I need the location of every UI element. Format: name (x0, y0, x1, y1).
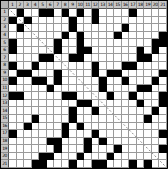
grid-cell-r10c3[interactable] (24, 77, 32, 85)
black-cell-r11c13[interactable] (99, 85, 107, 93)
grid-cell-r2c11[interactable] (84, 17, 92, 25)
black-cell-r11c18[interactable] (137, 85, 145, 93)
grid-cell-r19c1[interactable] (9, 145, 17, 153)
grid-cell-r16c9[interactable] (69, 123, 77, 131)
grid-cell-r3c13[interactable] (99, 24, 107, 32)
grid-cell-r10c18[interactable] (137, 77, 145, 85)
grid-cell-r7c2[interactable] (17, 54, 25, 62)
grid-cell-r19c4[interactable] (32, 145, 40, 153)
grid-cell-r15c12[interactable] (92, 115, 100, 123)
black-cell-r21c19[interactable] (144, 160, 152, 168)
grid-cell-r1c14[interactable] (107, 9, 115, 17)
grid-cell-r10c14[interactable] (107, 77, 115, 85)
black-cell-r15c19[interactable] (144, 115, 152, 123)
grid-cell-r14c5[interactable] (39, 107, 47, 115)
grid-cell-r16c2[interactable] (17, 123, 25, 131)
grid-cell-r13c5[interactable] (39, 100, 47, 108)
grid-cell-r9c20[interactable] (152, 70, 160, 78)
grid-cell-r13c12[interactable] (92, 100, 100, 108)
grid-cell-r15c6[interactable] (47, 115, 55, 123)
grid-cell-r2c20[interactable] (152, 17, 160, 25)
grid-cell-r12c3[interactable] (24, 92, 32, 100)
grid-cell-r8c19[interactable] (144, 62, 152, 70)
grid-cell-r3c21[interactable] (159, 24, 167, 32)
black-cell-r21c5[interactable] (39, 160, 47, 168)
black-cell-r4c21[interactable] (159, 32, 167, 40)
grid-cell-r2c10[interactable] (77, 17, 85, 25)
grid-cell-r13c2[interactable] (17, 100, 25, 108)
grid-cell-r8c9[interactable] (69, 62, 77, 70)
grid-cell-r17c14[interactable] (107, 130, 115, 138)
grid-cell-r8c8[interactable] (62, 62, 70, 70)
grid-cell-r20c18[interactable] (137, 153, 145, 161)
grid-cell-r18c19[interactable] (144, 138, 152, 146)
black-cell-r9c12[interactable] (92, 70, 100, 78)
black-cell-r9c2[interactable] (17, 70, 25, 78)
grid-cell-r5c12[interactable] (92, 39, 100, 47)
grid-cell-r15c7[interactable] (54, 115, 62, 123)
grid-cell-r11c8[interactable] (62, 85, 70, 93)
grid-cell-r16c17[interactable] (129, 123, 137, 131)
grid-cell-r18c21[interactable] (159, 138, 167, 146)
grid-cell-r20c3[interactable] (24, 153, 32, 161)
grid-cell-r9c4[interactable] (32, 70, 40, 78)
grid-cell-r4c9[interactable] (69, 32, 77, 40)
grid-cell-r19c14[interactable] (107, 145, 115, 153)
black-cell-r13c18[interactable] (137, 100, 145, 108)
grid-cell-r20c13[interactable] (99, 153, 107, 161)
grid-cell-r17c5[interactable] (39, 130, 47, 138)
grid-cell-r3c4[interactable] (32, 24, 40, 32)
grid-cell-r21c20[interactable] (152, 160, 160, 168)
grid-cell-r16c14[interactable] (107, 123, 115, 131)
black-cell-r6c20[interactable] (152, 47, 160, 55)
grid-cell-r12c5[interactable] (39, 92, 47, 100)
grid-cell-r14c1[interactable] (9, 107, 17, 115)
black-cell-r21c4[interactable] (32, 160, 40, 168)
black-cell-r9c21[interactable] (159, 70, 167, 78)
grid-cell-r17c9[interactable] (69, 130, 77, 138)
grid-cell-r19c6[interactable] (47, 145, 55, 153)
grid-cell-r15c10[interactable] (77, 115, 85, 123)
grid-cell-r12c12[interactable] (92, 92, 100, 100)
grid-cell-r6c3[interactable] (24, 47, 32, 55)
black-cell-r12c14[interactable] (107, 92, 115, 100)
black-cell-r13c21[interactable] (159, 100, 167, 108)
grid-cell-r11c2[interactable] (17, 85, 25, 93)
grid-cell-r9c19[interactable] (144, 70, 152, 78)
grid-cell-r6c16[interactable] (122, 47, 130, 55)
grid-cell-r8c3[interactable] (24, 62, 32, 70)
black-cell-r7c9[interactable] (69, 54, 77, 62)
grid-cell-r11c9[interactable] (69, 85, 77, 93)
grid-cell-r20c11[interactable] (84, 153, 92, 161)
grid-cell-r9c8[interactable] (62, 70, 70, 78)
grid-cell-r2c13[interactable] (99, 17, 107, 25)
grid-cell-r21c6[interactable] (47, 160, 55, 168)
grid-cell-r13c20[interactable] (152, 100, 160, 108)
grid-cell-r7c20[interactable] (152, 54, 160, 62)
grid-cell-r10c6[interactable] (47, 77, 55, 85)
grid-cell-r20c8[interactable] (62, 153, 70, 161)
grid-cell-r9c6[interactable] (47, 70, 55, 78)
black-cell-r10c20[interactable] (152, 77, 160, 85)
grid-cell-r11c1[interactable] (9, 85, 17, 93)
grid-cell-r15c14[interactable] (107, 115, 115, 123)
grid-cell-r9c13[interactable] (99, 70, 107, 78)
black-cell-r21c13[interactable] (99, 160, 107, 168)
grid-cell-r11c16[interactable] (122, 85, 130, 93)
grid-cell-r15c13[interactable] (99, 115, 107, 123)
grid-cell-r12c10[interactable] (77, 92, 85, 100)
grid-cell-r20c17[interactable] (129, 153, 137, 161)
grid-cell-r15c11[interactable] (84, 115, 92, 123)
grid-cell-r6c2[interactable] (17, 47, 25, 55)
grid-cell-r19c12[interactable] (92, 145, 100, 153)
black-cell-r19c15[interactable] (114, 145, 122, 153)
grid-cell-r21c7[interactable] (54, 160, 62, 168)
grid-cell-r15c18[interactable] (137, 115, 145, 123)
grid-cell-r1c19[interactable] (144, 9, 152, 17)
black-cell-r18c7[interactable] (54, 138, 62, 146)
grid-cell-r16c18[interactable] (137, 123, 145, 131)
grid-cell-r15c15[interactable] (114, 115, 122, 123)
grid-cell-r8c11[interactable] (84, 62, 92, 70)
grid-cell-r11c3[interactable] (24, 85, 32, 93)
grid-cell-r3c6[interactable] (47, 24, 55, 32)
grid-cell-r17c4[interactable] (32, 130, 40, 138)
grid-cell-r5c8[interactable] (62, 39, 70, 47)
grid-cell-r8c15[interactable] (114, 62, 122, 70)
black-cell-r10c5[interactable] (39, 77, 47, 85)
grid-cell-r9c18[interactable] (137, 70, 145, 78)
black-cell-r2c12[interactable] (92, 17, 100, 25)
grid-cell-r13c9[interactable] (69, 100, 77, 108)
black-cell-r2c3[interactable] (24, 17, 32, 25)
grid-cell-r7c8[interactable] (62, 54, 70, 62)
grid-cell-r20c20[interactable] (152, 153, 160, 161)
grid-cell-r6c14[interactable] (107, 47, 115, 55)
black-cell-r10c13[interactable] (99, 77, 107, 85)
grid-cell-r12c13[interactable] (99, 92, 107, 100)
grid-cell-r12c16[interactable] (122, 92, 130, 100)
grid-cell-r8c10[interactable] (77, 62, 85, 70)
grid-cell-r5c16[interactable] (122, 39, 130, 47)
black-cell-r14c20[interactable] (152, 107, 160, 115)
grid-cell-r4c7[interactable] (54, 32, 62, 40)
grid-cell-r5c6[interactable] (47, 39, 55, 47)
grid-cell-r6c9[interactable] (69, 47, 77, 55)
grid-cell-r13c6[interactable] (47, 100, 55, 108)
grid-cell-r19c9[interactable] (69, 145, 77, 153)
black-cell-r3c9[interactable] (69, 24, 77, 32)
grid-cell-r21c2[interactable] (17, 160, 25, 168)
grid-cell-r2c16[interactable] (122, 17, 130, 25)
grid-cell-r14c11[interactable] (84, 107, 92, 115)
black-cell-r3c2[interactable] (17, 24, 25, 32)
grid-cell-r4c1[interactable] (9, 32, 17, 40)
black-cell-r21c9[interactable] (69, 160, 77, 168)
grid-cell-r18c14[interactable] (107, 138, 115, 146)
grid-cell-r4c2[interactable] (17, 32, 25, 40)
grid-cell-r12c15[interactable] (114, 92, 122, 100)
grid-cell-r13c13[interactable] (99, 100, 107, 108)
grid-cell-r5c3[interactable] (24, 39, 32, 47)
grid-cell-r7c11[interactable] (84, 54, 92, 62)
grid-cell-r14c17[interactable] (129, 107, 137, 115)
black-cell-r4c8[interactable] (62, 32, 70, 40)
grid-cell-r6c19[interactable] (144, 47, 152, 55)
grid-cell-r9c1[interactable] (9, 70, 17, 78)
black-cell-r8c1[interactable] (9, 62, 17, 70)
grid-cell-r1c9[interactable] (69, 9, 77, 17)
grid-cell-r2c2[interactable] (17, 17, 25, 25)
black-cell-r16c8[interactable] (62, 123, 70, 131)
grid-cell-r13c1[interactable] (9, 100, 17, 108)
grid-cell-r3c19[interactable] (144, 24, 152, 32)
grid-cell-r21c8[interactable] (62, 160, 70, 168)
black-cell-r1c10[interactable] (77, 9, 85, 17)
grid-cell-r4c19[interactable] (144, 32, 152, 40)
grid-cell-r18c20[interactable] (152, 138, 160, 146)
black-cell-r18c11[interactable] (84, 138, 92, 146)
grid-cell-r11c10[interactable] (77, 85, 85, 93)
grid-cell-r16c11[interactable] (84, 123, 92, 131)
grid-cell-r7c15[interactable] (114, 54, 122, 62)
grid-cell-r14c13[interactable] (99, 107, 107, 115)
black-cell-r21c17[interactable] (129, 160, 137, 168)
black-cell-r6c10[interactable] (77, 47, 85, 55)
grid-cell-r15c17[interactable] (129, 115, 137, 123)
grid-cell-r7c16[interactable] (122, 54, 130, 62)
grid-cell-r14c6[interactable] (47, 107, 55, 115)
black-cell-r13c10[interactable] (77, 100, 85, 108)
grid-cell-r10c8[interactable] (62, 77, 70, 85)
grid-cell-r13c19[interactable] (144, 100, 152, 108)
grid-cell-r12c18[interactable] (137, 92, 145, 100)
grid-cell-r17c3[interactable] (24, 130, 32, 138)
grid-cell-r10c9[interactable] (69, 77, 77, 85)
grid-cell-r8c5[interactable] (39, 62, 47, 70)
black-cell-r11c19[interactable] (144, 85, 152, 93)
grid-cell-r17c15[interactable] (114, 130, 122, 138)
grid-cell-r3c7[interactable] (54, 24, 62, 32)
grid-cell-r8c18[interactable] (137, 62, 145, 70)
grid-cell-r13c15[interactable] (114, 100, 122, 108)
black-cell-r7c10[interactable] (77, 54, 85, 62)
black-cell-r12c1[interactable] (9, 92, 17, 100)
grid-cell-r3c11[interactable] (84, 24, 92, 32)
black-cell-r8c16[interactable] (122, 62, 130, 70)
grid-cell-r16c1[interactable] (9, 123, 17, 131)
grid-cell-r12c7[interactable] (54, 92, 62, 100)
grid-cell-r10c10[interactable] (77, 77, 85, 85)
grid-cell-r17c19[interactable] (144, 130, 152, 138)
black-cell-r5c20[interactable] (152, 39, 160, 47)
grid-cell-r18c10[interactable] (77, 138, 85, 146)
grid-cell-r18c3[interactable] (24, 138, 32, 146)
grid-cell-r5c17[interactable] (129, 39, 137, 47)
grid-cell-r4c18[interactable] (137, 32, 145, 40)
black-cell-r7c18[interactable] (137, 54, 145, 62)
grid-cell-r1c13[interactable] (99, 9, 107, 17)
grid-cell-r1c1[interactable] (9, 9, 17, 17)
grid-cell-r8c2[interactable] (17, 62, 25, 70)
grid-cell-r1c20[interactable] (152, 9, 160, 17)
grid-cell-r17c16[interactable] (122, 130, 130, 138)
grid-cell-r11c4[interactable] (32, 85, 40, 93)
grid-cell-r13c16[interactable] (122, 100, 130, 108)
black-cell-r11c6[interactable] (47, 85, 55, 93)
black-cell-r2c1[interactable] (9, 17, 17, 25)
grid-cell-r1c15[interactable] (114, 9, 122, 17)
grid-cell-r13c17[interactable] (129, 100, 137, 108)
grid-cell-r14c14[interactable] (107, 107, 115, 115)
grid-cell-r16c19[interactable] (144, 123, 152, 131)
black-cell-r15c4[interactable] (32, 115, 40, 123)
black-cell-r7c6[interactable] (47, 54, 55, 62)
grid-cell-r8c7[interactable] (54, 62, 62, 70)
grid-cell-r20c7[interactable] (54, 153, 62, 161)
grid-cell-r7c14[interactable] (107, 54, 115, 62)
grid-cell-r6c15[interactable] (114, 47, 122, 55)
grid-cell-r7c7[interactable] (54, 54, 62, 62)
grid-cell-r10c19[interactable] (144, 77, 152, 85)
black-cell-r6c11[interactable] (84, 47, 92, 55)
black-cell-r21c12[interactable] (92, 160, 100, 168)
grid-cell-r12c19[interactable] (144, 92, 152, 100)
grid-cell-r11c14[interactable] (107, 85, 115, 93)
black-cell-r19c21[interactable] (159, 145, 167, 153)
grid-cell-r9c9[interactable] (69, 70, 77, 78)
grid-cell-r1c21[interactable] (159, 9, 167, 17)
black-cell-r13c11[interactable] (84, 100, 92, 108)
grid-cell-r15c1[interactable] (9, 115, 17, 123)
grid-cell-r19c18[interactable] (137, 145, 145, 153)
grid-cell-r16c12[interactable] (92, 123, 100, 131)
grid-cell-r10c17[interactable] (129, 77, 137, 85)
grid-cell-r4c6[interactable] (47, 32, 55, 40)
black-cell-r8c4[interactable] (32, 62, 40, 70)
grid-cell-r16c21[interactable] (159, 123, 167, 131)
grid-cell-r4c13[interactable] (99, 32, 107, 40)
grid-cell-r3c20[interactable] (152, 24, 160, 32)
grid-cell-r14c2[interactable] (17, 107, 25, 115)
grid-cell-r3c5[interactable] (39, 24, 47, 32)
grid-cell-r7c4[interactable] (32, 54, 40, 62)
grid-cell-r16c5[interactable] (39, 123, 47, 131)
grid-cell-r8c14[interactable] (107, 62, 115, 70)
grid-cell-r16c7[interactable] (54, 123, 62, 131)
grid-cell-r2c14[interactable] (107, 17, 115, 25)
grid-cell-r10c15[interactable] (114, 77, 122, 85)
grid-cell-r3c14[interactable] (107, 24, 115, 32)
grid-cell-r11c11[interactable] (84, 85, 92, 93)
grid-cell-r9c5[interactable] (39, 70, 47, 78)
black-cell-r15c9[interactable] (69, 115, 77, 123)
grid-cell-r9c17[interactable] (129, 70, 137, 78)
black-cell-r12c8[interactable] (62, 92, 70, 100)
grid-cell-r6c12[interactable] (92, 47, 100, 55)
grid-cell-r12c4[interactable] (32, 92, 40, 100)
black-cell-r5c10[interactable] (77, 39, 85, 47)
black-cell-r9c14[interactable] (107, 70, 115, 78)
grid-cell-r21c1[interactable] (9, 160, 17, 168)
black-cell-r12c9[interactable] (69, 92, 77, 100)
grid-cell-r1c7[interactable] (54, 9, 62, 17)
grid-cell-r5c4[interactable] (32, 39, 40, 47)
black-cell-r1c5[interactable] (39, 9, 47, 17)
grid-cell-r21c3[interactable] (24, 160, 32, 168)
black-cell-r8c12[interactable] (92, 62, 100, 70)
grid-cell-r9c11[interactable] (84, 70, 92, 78)
grid-cell-r6c5[interactable] (39, 47, 47, 55)
grid-cell-r1c11[interactable] (84, 9, 92, 17)
grid-cell-r11c12[interactable] (92, 85, 100, 93)
grid-cell-r18c15[interactable] (114, 138, 122, 146)
grid-cell-r19c8[interactable] (62, 145, 70, 153)
grid-cell-r8c6[interactable] (47, 62, 55, 70)
grid-cell-r4c3[interactable] (24, 32, 32, 40)
grid-cell-r14c21[interactable] (159, 107, 167, 115)
grid-cell-r4c14[interactable] (107, 32, 115, 40)
grid-cell-r5c15[interactable] (114, 39, 122, 47)
black-cell-r2c9[interactable] (69, 17, 77, 25)
black-cell-r6c18[interactable] (137, 47, 145, 55)
black-cell-r5c7[interactable] (54, 39, 62, 47)
grid-cell-r9c16[interactable] (122, 70, 130, 78)
grid-cell-r21c18[interactable] (137, 160, 145, 168)
grid-cell-r17c20[interactable] (152, 130, 160, 138)
grid-cell-r1c4[interactable] (32, 9, 40, 17)
black-cell-r17c8[interactable] (62, 130, 70, 138)
grid-cell-r14c18[interactable] (137, 107, 145, 115)
grid-cell-r21c15[interactable] (114, 160, 122, 168)
black-cell-r5c21[interactable] (159, 39, 167, 47)
grid-cell-r20c4[interactable] (32, 153, 40, 161)
grid-cell-r18c17[interactable] (129, 138, 137, 146)
grid-cell-r11c15[interactable] (114, 85, 122, 93)
grid-cell-r13c8[interactable] (62, 100, 70, 108)
black-cell-r1c6[interactable] (47, 9, 55, 17)
grid-cell-r16c15[interactable] (114, 123, 122, 131)
grid-cell-r6c13[interactable] (99, 47, 107, 55)
grid-cell-r14c3[interactable] (24, 107, 32, 115)
grid-cell-r8c13[interactable] (99, 62, 107, 70)
grid-cell-r10c21[interactable] (159, 77, 167, 85)
black-cell-r4c10[interactable] (77, 32, 85, 40)
black-cell-r1c8[interactable] (62, 9, 70, 17)
grid-cell-r4c5[interactable] (39, 32, 47, 40)
grid-cell-r14c10[interactable] (77, 107, 85, 115)
grid-cell-r14c15[interactable] (114, 107, 122, 115)
grid-cell-r3c3[interactable] (24, 24, 32, 32)
grid-cell-r11c5[interactable] (39, 85, 47, 93)
grid-cell-r4c4[interactable] (32, 32, 40, 40)
grid-cell-r14c16[interactable] (122, 107, 130, 115)
grid-cell-r20c12[interactable] (92, 153, 100, 161)
grid-cell-r21c10[interactable] (77, 160, 85, 168)
grid-cell-r2c21[interactable] (159, 17, 167, 25)
black-cell-r12c17[interactable] (129, 92, 137, 100)
grid-cell-r5c13[interactable] (99, 39, 107, 47)
grid-cell-r6c17[interactable] (129, 47, 137, 55)
grid-cell-r2c19[interactable] (144, 17, 152, 25)
grid-cell-r19c13[interactable] (99, 145, 107, 153)
black-cell-r19c11[interactable] (84, 145, 92, 153)
black-cell-r14c12[interactable] (92, 107, 100, 115)
grid-cell-r17c7[interactable] (54, 130, 62, 138)
